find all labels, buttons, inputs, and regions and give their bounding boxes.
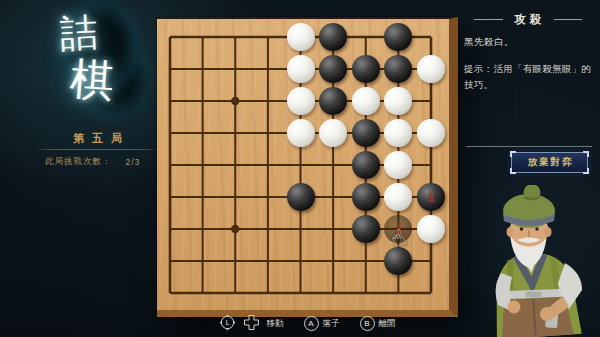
- board-surface[interactable]: 12: [157, 19, 449, 310]
- puzzle-type-header: 攻殺: [460, 12, 596, 27]
- stone-white: [417, 119, 445, 147]
- attempts-counter: 此局挑戰次數： 2/3: [45, 156, 140, 168]
- puzzle-objective: 黑先殺白。: [464, 36, 596, 49]
- attempts-label: 此局挑戰次數：: [45, 156, 112, 168]
- stone-black: 1: [417, 183, 445, 211]
- stone-white: [287, 23, 315, 51]
- dpad-icon: [243, 314, 260, 333]
- button-corner-ornament: [583, 151, 589, 157]
- move-hint-label: 移動: [267, 318, 284, 330]
- b-button-label: 離開: [379, 318, 396, 330]
- puzzle-hint: 提示：活用「有眼殺無眼」的技巧。: [464, 61, 596, 93]
- go-board[interactable]: 12: [157, 17, 458, 317]
- svg-text:L: L: [225, 319, 229, 326]
- stone-black: [352, 151, 380, 179]
- stone-black: [352, 183, 380, 211]
- a-button-icon: A: [304, 316, 319, 331]
- logo-calligraphy-char2: 棋: [69, 57, 116, 104]
- stage-label: 第五局: [30, 131, 165, 146]
- b-button-hint: B 離開: [360, 316, 396, 331]
- stone-black: [319, 23, 347, 51]
- button-corner-ornament: [510, 168, 516, 174]
- attempts-value: 2/3: [126, 157, 141, 167]
- stone-black: [352, 55, 380, 83]
- stone-white: [417, 55, 445, 83]
- stone-black: [352, 215, 380, 243]
- puzzle-type-title: 攻殺: [511, 12, 546, 27]
- left-divider: [34, 149, 160, 150]
- a-button-hint: A 落子: [304, 316, 340, 331]
- button-corner-ornament: [583, 168, 589, 174]
- npc-character: [468, 185, 600, 337]
- forfeit-button-label: 放棄對弈: [526, 156, 574, 169]
- forfeit-button[interactable]: 放棄對弈: [511, 152, 588, 173]
- logo-calligraphy-char1: 詰: [59, 13, 99, 53]
- panel-divider: [466, 146, 592, 147]
- stone-black: [319, 87, 347, 115]
- puzzle-info-panel: 攻殺 黑先殺白。 提示：活用「有眼殺無眼」的技巧。: [460, 12, 596, 93]
- move-number: 1: [417, 183, 445, 211]
- stone-white: [287, 87, 315, 115]
- stone-white: [287, 55, 315, 83]
- a-button-label: 落子: [323, 318, 340, 330]
- stone-white: [319, 119, 347, 147]
- game-screen: 詰 棋 第五局 此局挑戰次數： 2/3 12 ☝ 攻殺 黑先殺白。 提示：活用「…: [0, 0, 600, 337]
- stone-black: [352, 119, 380, 147]
- stone-white: [287, 119, 315, 147]
- stone-black: [319, 55, 347, 83]
- stone-white: [417, 215, 445, 243]
- stone-black: [287, 183, 315, 211]
- stone-white: [352, 87, 380, 115]
- b-button-icon: B: [360, 316, 375, 331]
- button-corner-ornament: [510, 151, 516, 157]
- left-stick-icon: L: [219, 314, 236, 333]
